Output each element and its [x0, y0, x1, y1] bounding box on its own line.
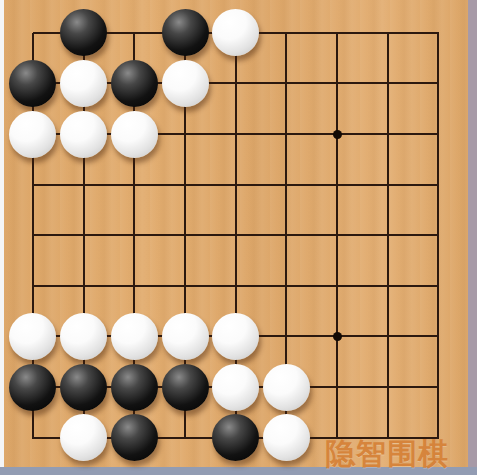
- intersection[interactable]: [210, 159, 261, 210]
- white-stone: [111, 111, 158, 158]
- white-stone: [9, 111, 56, 158]
- intersection[interactable]: [8, 311, 59, 362]
- white-stone: [9, 313, 56, 360]
- intersection[interactable]: [261, 58, 312, 109]
- intersection[interactable]: [58, 159, 109, 210]
- black-stone: [60, 364, 107, 411]
- intersection[interactable]: [261, 261, 312, 312]
- intersection[interactable]: [362, 311, 413, 362]
- intersection[interactable]: [210, 210, 261, 261]
- intersection[interactable]: [109, 210, 160, 261]
- intersection[interactable]: [160, 8, 211, 59]
- intersection[interactable]: [8, 109, 59, 160]
- intersection[interactable]: [210, 362, 261, 413]
- intersection[interactable]: [312, 311, 363, 362]
- intersection[interactable]: [58, 362, 109, 413]
- white-stone: [162, 313, 209, 360]
- intersection[interactable]: [109, 8, 160, 59]
- intersection[interactable]: [160, 311, 211, 362]
- intersection[interactable]: [58, 412, 109, 463]
- window-edge-right: [468, 0, 477, 475]
- intersection[interactable]: [413, 58, 464, 109]
- white-stone: [162, 60, 209, 107]
- intersection[interactable]: [210, 311, 261, 362]
- go-board: [8, 8, 464, 463]
- intersection[interactable]: [8, 58, 59, 109]
- intersection[interactable]: [261, 412, 312, 463]
- intersection[interactable]: [312, 58, 363, 109]
- white-stone: [60, 111, 107, 158]
- white-stone: [212, 313, 259, 360]
- star-point: [333, 332, 342, 341]
- intersection[interactable]: [413, 362, 464, 413]
- intersection[interactable]: [261, 210, 312, 261]
- intersection[interactable]: [160, 412, 211, 463]
- intersection[interactable]: [362, 109, 413, 160]
- white-stone: [212, 9, 259, 56]
- intersection[interactable]: [210, 412, 261, 463]
- intersection[interactable]: [210, 261, 261, 312]
- intersection[interactable]: [261, 311, 312, 362]
- white-stone: [212, 364, 259, 411]
- intersection[interactable]: [261, 109, 312, 160]
- intersection[interactable]: [362, 210, 413, 261]
- intersection[interactable]: [160, 58, 211, 109]
- intersection[interactable]: [312, 362, 363, 413]
- intersection[interactable]: [312, 261, 363, 312]
- intersection[interactable]: [261, 362, 312, 413]
- black-stone: [9, 60, 56, 107]
- intersection[interactable]: [413, 261, 464, 312]
- intersection[interactable]: [362, 8, 413, 59]
- intersection[interactable]: [58, 210, 109, 261]
- intersection[interactable]: [109, 58, 160, 109]
- white-stone: [263, 364, 310, 411]
- intersection[interactable]: [109, 362, 160, 413]
- intersection[interactable]: [109, 412, 160, 463]
- intersection[interactable]: [58, 311, 109, 362]
- star-point: [333, 130, 342, 139]
- intersection[interactable]: [362, 159, 413, 210]
- intersection[interactable]: [261, 8, 312, 59]
- black-stone: [111, 60, 158, 107]
- black-stone: [9, 364, 56, 411]
- intersection[interactable]: [160, 261, 211, 312]
- intersection[interactable]: [160, 362, 211, 413]
- watermark-text: 隐智围棋: [325, 434, 449, 475]
- white-stone: [60, 313, 107, 360]
- white-stone: [111, 313, 158, 360]
- intersection[interactable]: [58, 109, 109, 160]
- black-stone: [212, 414, 259, 461]
- intersection[interactable]: [160, 159, 211, 210]
- window-edge-left: [0, 0, 4, 475]
- intersection[interactable]: [109, 261, 160, 312]
- intersection[interactable]: [8, 261, 59, 312]
- go-app-window: 隐智围棋: [0, 0, 477, 475]
- intersection[interactable]: [413, 210, 464, 261]
- intersection[interactable]: [413, 8, 464, 59]
- intersection[interactable]: [312, 8, 363, 59]
- intersection[interactable]: [413, 311, 464, 362]
- intersection[interactable]: [58, 58, 109, 109]
- intersection[interactable]: [58, 8, 109, 59]
- intersection[interactable]: [8, 210, 59, 261]
- intersection[interactable]: [109, 159, 160, 210]
- white-stone: [60, 60, 107, 107]
- intersection[interactable]: [210, 8, 261, 59]
- intersection[interactable]: [413, 109, 464, 160]
- intersection[interactable]: [109, 109, 160, 160]
- intersection[interactable]: [210, 109, 261, 160]
- white-stone: [60, 414, 107, 461]
- black-stone: [111, 414, 158, 461]
- intersection[interactable]: [362, 58, 413, 109]
- white-stone: [263, 414, 310, 461]
- intersection[interactable]: [362, 362, 413, 413]
- intersection[interactable]: [362, 261, 413, 312]
- intersection[interactable]: [312, 109, 363, 160]
- intersection[interactable]: [160, 109, 211, 160]
- intersection[interactable]: [413, 159, 464, 210]
- black-stone: [111, 364, 158, 411]
- intersection[interactable]: [8, 8, 59, 59]
- intersection[interactable]: [160, 210, 211, 261]
- intersection[interactable]: [261, 159, 312, 210]
- black-stone: [162, 364, 209, 411]
- intersection[interactable]: [58, 261, 109, 312]
- intersection[interactable]: [8, 159, 59, 210]
- intersection[interactable]: [8, 362, 59, 413]
- intersection[interactable]: [312, 159, 363, 210]
- intersection[interactable]: [312, 210, 363, 261]
- black-stone: [60, 9, 107, 56]
- black-stone: [162, 9, 209, 56]
- intersection[interactable]: [109, 311, 160, 362]
- intersection[interactable]: [210, 58, 261, 109]
- intersection[interactable]: [8, 412, 59, 463]
